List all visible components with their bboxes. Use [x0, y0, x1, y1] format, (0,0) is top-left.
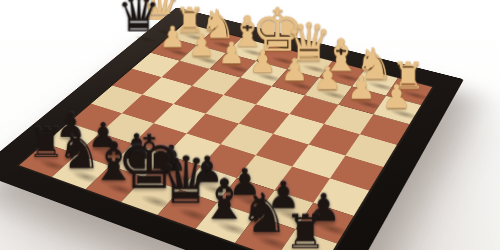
- black-rook-glyph: ♜: [284, 208, 326, 250]
- white-pawn-glyph: ♟: [218, 38, 245, 68]
- white-pawn-glyph: ♟: [382, 81, 411, 113]
- black-knight-glyph: ♞: [239, 186, 288, 241]
- extra-black-queen-glyph: ♛: [117, 0, 161, 38]
- white-pawn-glyph: ♟: [281, 54, 309, 85]
- white-pawn-glyph: ♟: [188, 30, 214, 60]
- white-pawn-glyph: ♟: [249, 46, 276, 76]
- chess-set-product-photo: ♜♞♝♚♛♝♞♜♟♟♟♟♟♟♟♟♟♟♟♟♟♟♟♟♜♞♝♚♛♝♞♜♛♛: [0, 0, 500, 250]
- white-pawn-glyph: ♟: [159, 23, 185, 52]
- white-pawn-glyph: ♟: [313, 63, 341, 94]
- square-f4: [173, 86, 223, 114]
- board-squares-grid: ♜♞♝♚♛♝♞♜♟♟♟♟♟♟♟♟♟♟♟♟♟♟♟♟♜♞♝♚♛♝♞♜♛♛: [16, 22, 435, 250]
- chess-board-3d: ♜♞♝♚♛♝♞♜♟♟♟♟♟♟♟♟♟♟♟♟♟♟♟♟♜♞♝♚♛♝♞♜♛♛: [0, 7, 464, 250]
- square-b3: [324, 105, 373, 135]
- white-pawn-glyph: ♟: [347, 72, 376, 104]
- board-mahogany-frame: ♜♞♝♚♛♝♞♜♟♟♟♟♟♟♟♟♟♟♟♟♟♟♟♟♜♞♝♚♛♝♞♜♛♛: [0, 11, 455, 250]
- board-molded-edge: ♜♞♝♚♛♝♞♜♟♟♟♟♟♟♟♟♟♟♟♟♟♟♟♟♜♞♝♚♛♝♞♜♛♛: [0, 7, 464, 250]
